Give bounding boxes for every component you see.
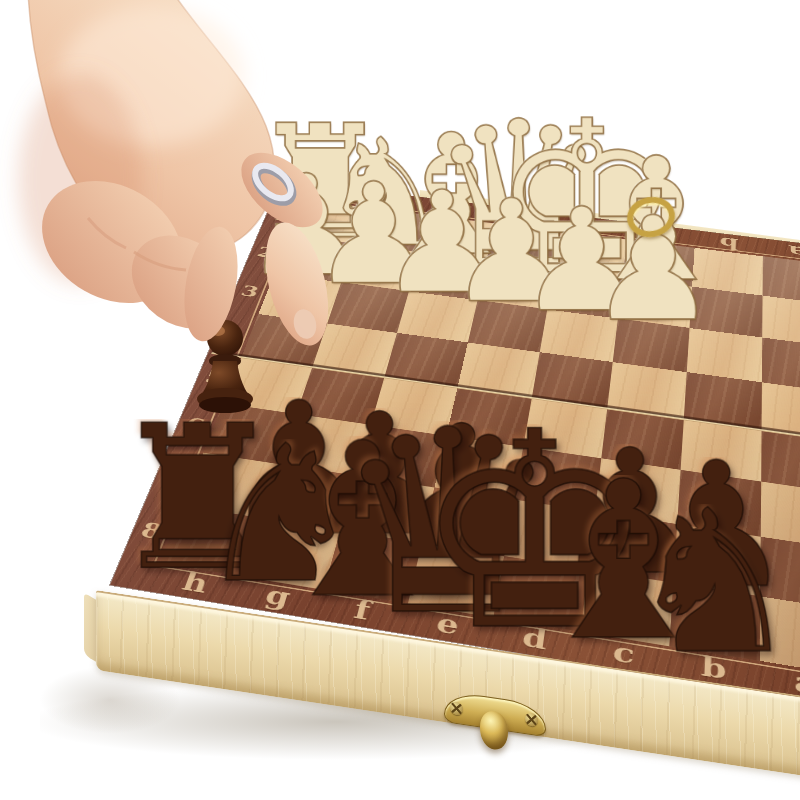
product-photo-scene: ♜♞♝♛♚♝♟♟♟♟♟♟♟♟♟♟♟♜♞♝♛♚♝♞ hgfedcbahgfedcb… (0, 0, 800, 800)
piece-anchor: ♟ (619, 257, 693, 318)
black-knight-b8[interactable]: ♞ (626, 504, 800, 662)
piece-anchor: ♞ (670, 544, 760, 645)
hand-holding-pawn (0, 0, 382, 434)
square-b8[interactable]: ♞ (670, 583, 761, 661)
square-c2[interactable]: ♟ (618, 278, 692, 328)
